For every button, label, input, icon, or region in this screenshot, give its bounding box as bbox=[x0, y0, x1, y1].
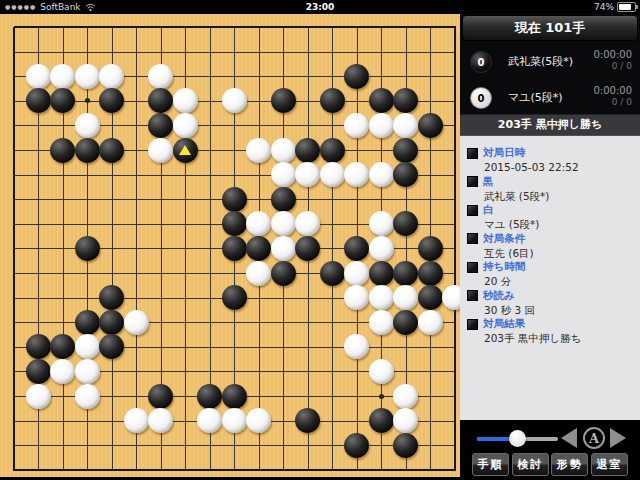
black-stone bbox=[26, 359, 51, 384]
grid-line-horizontal bbox=[14, 445, 456, 446]
white-stone bbox=[369, 310, 394, 335]
white-player-periods: 0 / 0 bbox=[593, 97, 632, 107]
black-stone bbox=[418, 285, 443, 310]
bullet-square-icon bbox=[467, 233, 478, 244]
clock-label: 23:00 bbox=[0, 2, 640, 12]
white-stone bbox=[26, 64, 51, 89]
white-stone bbox=[393, 113, 418, 138]
white-stone-capture-icon: 0 bbox=[470, 87, 492, 109]
black-stone bbox=[320, 261, 345, 286]
black-stone bbox=[148, 384, 173, 409]
black-stone bbox=[393, 138, 418, 163]
player-row-black: 0 武礼菜(5段*) 0:00:00 0 / 0 bbox=[460, 44, 640, 78]
white-stone bbox=[50, 359, 75, 384]
info-label: 対局日時 bbox=[460, 146, 640, 160]
white-stone bbox=[369, 162, 394, 187]
black-stone bbox=[271, 88, 296, 113]
info-label: 持ち時間 bbox=[460, 260, 640, 274]
white-stone bbox=[173, 113, 198, 138]
white-stone bbox=[393, 285, 418, 310]
info-value: 2015-05-03 22:52 bbox=[460, 160, 640, 175]
black-stone bbox=[295, 138, 320, 163]
info-label: 対局条件 bbox=[460, 232, 640, 246]
white-stone bbox=[271, 162, 296, 187]
white-stone bbox=[369, 236, 394, 261]
black-stone bbox=[295, 236, 320, 261]
black-stone bbox=[222, 236, 247, 261]
black-stone bbox=[320, 138, 345, 163]
black-stone bbox=[393, 261, 418, 286]
review-button[interactable]: 検討 bbox=[512, 453, 549, 476]
white-stone bbox=[246, 211, 271, 236]
white-stone bbox=[75, 359, 100, 384]
white-stone bbox=[271, 211, 296, 236]
black-stone bbox=[99, 138, 124, 163]
black-stone bbox=[99, 88, 124, 113]
black-stone bbox=[50, 334, 75, 359]
black-stone bbox=[393, 433, 418, 458]
game-info-panel: 対局日時2015-05-03 22:52黒武礼菜 (5段*)白マユ (5段*)対… bbox=[460, 136, 640, 420]
black-stone bbox=[75, 310, 100, 335]
info-value: マユ (5段*) bbox=[460, 217, 640, 232]
white-stone bbox=[295, 211, 320, 236]
black-stone bbox=[418, 261, 443, 286]
white-stone bbox=[344, 285, 369, 310]
status-bar: ●●●●● SoftBank 23:00 74% bbox=[0, 0, 640, 14]
action-button-row: 手順 検討 形勢 退室 bbox=[460, 453, 640, 476]
black-stone bbox=[271, 261, 296, 286]
white-stone bbox=[393, 408, 418, 433]
black-stone bbox=[418, 236, 443, 261]
black-stone bbox=[320, 88, 345, 113]
white-stone bbox=[369, 285, 394, 310]
white-player-time: 0:00:00 bbox=[593, 85, 632, 96]
white-stone bbox=[148, 408, 173, 433]
white-stone bbox=[75, 334, 100, 359]
black-stone bbox=[26, 88, 51, 113]
estimate-button[interactable]: 形勢 bbox=[551, 453, 588, 476]
star-point bbox=[85, 98, 90, 103]
white-stone bbox=[369, 359, 394, 384]
black-stone bbox=[75, 138, 100, 163]
info-value: 20 分 bbox=[460, 274, 640, 289]
white-stone bbox=[124, 310, 149, 335]
black-stone bbox=[222, 211, 247, 236]
black-stone bbox=[344, 64, 369, 89]
white-stone bbox=[344, 113, 369, 138]
white-stone bbox=[124, 408, 149, 433]
move-counter-header: 現在 101手 bbox=[462, 15, 638, 41]
black-player-periods: 0 / 0 bbox=[593, 61, 632, 71]
black-stone bbox=[99, 334, 124, 359]
black-stone bbox=[50, 138, 75, 163]
black-stone bbox=[197, 384, 222, 409]
auto-play-button[interactable]: A bbox=[583, 427, 605, 449]
black-stone-capture-icon: 0 bbox=[470, 51, 492, 73]
black-stone bbox=[99, 285, 124, 310]
bullet-square-icon bbox=[467, 176, 478, 187]
star-point bbox=[379, 394, 384, 399]
black-stone bbox=[393, 310, 418, 335]
white-stone bbox=[344, 334, 369, 359]
white-stone bbox=[369, 211, 394, 236]
last-move-marker-icon bbox=[179, 145, 191, 155]
battery-icon bbox=[617, 2, 636, 12]
black-stone bbox=[271, 187, 296, 212]
black-stone bbox=[99, 310, 124, 335]
white-stone bbox=[246, 261, 271, 286]
next-move-button[interactable] bbox=[610, 428, 626, 448]
white-stone bbox=[271, 236, 296, 261]
white-stone bbox=[148, 64, 173, 89]
white-stone bbox=[344, 162, 369, 187]
black-stone bbox=[369, 261, 394, 286]
black-stone bbox=[148, 88, 173, 113]
black-stone bbox=[344, 433, 369, 458]
black-stone bbox=[295, 408, 320, 433]
black-stone bbox=[75, 236, 100, 261]
black-player-name: 武礼菜(5段*) bbox=[508, 54, 573, 69]
white-stone bbox=[50, 64, 75, 89]
white-stone bbox=[222, 408, 247, 433]
bullet-square-icon bbox=[467, 148, 478, 159]
battery-percent-label: 74% bbox=[594, 2, 614, 12]
white-stone bbox=[246, 408, 271, 433]
bullet-square-icon bbox=[467, 319, 478, 330]
bullet-square-icon bbox=[467, 290, 478, 301]
info-value: 203手 黒中押し勝ち bbox=[460, 331, 640, 346]
white-stone bbox=[320, 162, 345, 187]
black-stone bbox=[222, 285, 247, 310]
black-stone bbox=[393, 162, 418, 187]
white-stone bbox=[99, 64, 124, 89]
white-stone bbox=[75, 384, 100, 409]
white-stone bbox=[222, 88, 247, 113]
black-stone bbox=[393, 88, 418, 113]
black-stone bbox=[369, 408, 394, 433]
game-info-list: 対局日時2015-05-03 22:52黒武礼菜 (5段*)白マユ (5段*)対… bbox=[460, 146, 640, 346]
black-stone bbox=[50, 88, 75, 113]
white-player-name: マユ(5段*) bbox=[508, 90, 563, 105]
info-value: 武礼菜 (5段*) bbox=[460, 189, 640, 204]
status-right: 74% bbox=[594, 0, 636, 14]
go-board[interactable] bbox=[0, 14, 460, 477]
black-stone bbox=[26, 334, 51, 359]
moves-button[interactable]: 手順 bbox=[472, 453, 509, 476]
black-stone bbox=[369, 88, 394, 113]
grid-line-vertical bbox=[454, 27, 456, 471]
info-label: 白 bbox=[460, 203, 640, 217]
black-stone bbox=[148, 113, 173, 138]
black-player-time: 0:00:00 bbox=[593, 49, 632, 60]
info-value: 互先 (6目) bbox=[460, 246, 640, 261]
white-stone bbox=[197, 408, 222, 433]
bullet-square-icon bbox=[467, 205, 478, 216]
black-stone bbox=[246, 236, 271, 261]
game-sidebar: 現在 101手 0 武礼菜(5段*) 0:00:00 0 / 0 0 マユ(5段… bbox=[460, 14, 640, 480]
black-stone bbox=[344, 236, 369, 261]
grid-line-horizontal bbox=[14, 469, 456, 471]
black-stone bbox=[418, 113, 443, 138]
white-stone bbox=[148, 138, 173, 163]
leave-room-button[interactable]: 退室 bbox=[591, 453, 628, 476]
info-label: 秒読み bbox=[460, 289, 640, 303]
white-stone bbox=[75, 113, 100, 138]
white-stone bbox=[173, 88, 198, 113]
black-stone bbox=[222, 187, 247, 212]
white-stone bbox=[393, 384, 418, 409]
info-label: 対局結果 bbox=[460, 317, 640, 331]
previous-move-button[interactable] bbox=[561, 428, 577, 448]
white-stone bbox=[75, 64, 100, 89]
move-slider-knob[interactable] bbox=[509, 430, 526, 447]
bullet-square-icon bbox=[467, 262, 478, 273]
black-stone bbox=[222, 384, 247, 409]
black-stone bbox=[393, 211, 418, 236]
white-stone bbox=[246, 138, 271, 163]
info-label: 黒 bbox=[460, 175, 640, 189]
game-result-banner: 203手 黒中押し勝ち bbox=[460, 114, 640, 136]
white-stone bbox=[369, 113, 394, 138]
white-stone bbox=[295, 162, 320, 187]
white-stone bbox=[344, 261, 369, 286]
info-value: 30 秒 3 回 bbox=[460, 303, 640, 318]
white-stone bbox=[418, 310, 443, 335]
playback-controls: A 手順 検討 形勢 退室 bbox=[460, 420, 640, 480]
white-stone bbox=[271, 138, 296, 163]
white-stone bbox=[26, 384, 51, 409]
player-row-white: 0 マユ(5段*) 0:00:00 0 / 0 bbox=[460, 80, 640, 114]
